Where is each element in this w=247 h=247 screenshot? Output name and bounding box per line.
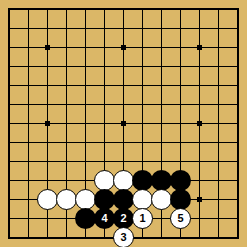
grid-line-horizontal (9, 85, 19, 86)
grid-line-vertical (85, 228, 86, 239)
grid-line-vertical (123, 57, 124, 76)
black-stone (94, 189, 115, 210)
grid-line-vertical (237, 171, 239, 190)
intersection-4-1 (76, 19, 95, 38)
grid-line-vertical (85, 76, 86, 95)
grid-line-vertical (8, 114, 10, 133)
intersection-10-0 (190, 0, 209, 19)
grid-line-vertical (237, 228, 239, 239)
intersection-7-2 (133, 38, 152, 57)
intersection-6-8 (114, 152, 133, 171)
intersection-6-1 (114, 19, 133, 38)
intersection-3-7 (57, 133, 76, 152)
intersection-7-8 (133, 152, 152, 171)
grid-line-vertical (28, 8, 29, 19)
intersection-8-5 (152, 95, 171, 114)
intersection-12-3 (228, 57, 247, 76)
grid-line-vertical (28, 228, 29, 239)
grid-line-vertical (66, 171, 67, 190)
intersection-4-7 (76, 133, 95, 152)
grid-line-vertical (237, 95, 239, 114)
grid-line-horizontal (9, 47, 19, 48)
grid-line-vertical (66, 76, 67, 95)
grid-line-vertical (47, 152, 48, 171)
intersection-11-7 (209, 133, 228, 152)
grid-line-vertical (180, 57, 181, 76)
intersection-1-8 (19, 152, 38, 171)
intersection-1-2 (19, 38, 38, 57)
black-stone (113, 189, 134, 210)
go-board: 42153 (0, 0, 247, 247)
grid-line-vertical (28, 152, 29, 171)
grid-line-vertical (123, 133, 124, 152)
intersection-7-4 (133, 76, 152, 95)
intersection-11-6 (209, 114, 228, 133)
grid-line-vertical (180, 8, 181, 19)
intersection-0-6 (0, 114, 19, 133)
intersection-5-1 (95, 19, 114, 38)
intersection-5-3 (95, 57, 114, 76)
grid-line-vertical (218, 133, 219, 152)
grid-line-vertical (104, 76, 105, 95)
grid-line-vertical (199, 8, 200, 19)
intersection-3-0 (57, 0, 76, 19)
intersection-9-5 (171, 95, 190, 114)
grid-line-vertical (8, 228, 10, 239)
grid-line-vertical (180, 95, 181, 114)
white-stone (132, 189, 153, 210)
grid-line-vertical (218, 38, 219, 57)
grid-line-vertical (161, 57, 162, 76)
intersection-7-3 (133, 57, 152, 76)
grid-line-horizontal (9, 142, 19, 143)
black-stone (151, 170, 172, 191)
grid-line-vertical (28, 171, 29, 190)
intersection-0-11 (0, 209, 19, 228)
grid-line-vertical (237, 190, 239, 209)
intersection-11-1 (209, 19, 228, 38)
grid-line-vertical (142, 57, 143, 76)
intersection-4-8 (76, 152, 95, 171)
intersection-9-3 (171, 57, 190, 76)
grid-line-horizontal (9, 8, 19, 10)
grid-line-vertical (218, 57, 219, 76)
grid-line-vertical (28, 95, 29, 114)
intersection-5-10 (95, 190, 114, 209)
intersection-4-12 (76, 228, 95, 247)
star-point (197, 121, 202, 126)
intersection-0-9 (0, 171, 19, 190)
black-stone-move-4: 4 (94, 208, 115, 229)
intersection-0-10 (0, 190, 19, 209)
grid-line-vertical (85, 8, 86, 19)
intersection-1-4 (19, 76, 38, 95)
grid-line-vertical (47, 76, 48, 95)
intersection-6-11: 2 (114, 209, 133, 228)
grid-line-vertical (85, 114, 86, 133)
intersection-7-9 (133, 171, 152, 190)
intersection-0-0 (0, 0, 19, 19)
grid-line-vertical (161, 133, 162, 152)
grid-line-vertical (218, 76, 219, 95)
grid-line-vertical (199, 152, 200, 171)
intersection-10-3 (190, 57, 209, 76)
intersection-3-12 (57, 228, 76, 247)
grid-line-vertical (47, 133, 48, 152)
grid-line-vertical (142, 38, 143, 57)
grid-line-vertical (180, 19, 181, 38)
intersection-12-4 (228, 76, 247, 95)
intersection-7-5 (133, 95, 152, 114)
grid-line-vertical (199, 95, 200, 114)
grid-line-vertical (8, 171, 10, 190)
grid-line-vertical (180, 38, 181, 57)
grid-line-vertical (218, 209, 219, 228)
intersection-9-9 (171, 171, 190, 190)
intersection-2-0 (38, 0, 57, 19)
grid-line-vertical (47, 8, 48, 19)
intersection-10-7 (190, 133, 209, 152)
intersection-10-9 (190, 171, 209, 190)
intersection-12-6 (228, 114, 247, 133)
white-stone (56, 189, 77, 210)
grid-line-vertical (28, 209, 29, 228)
intersection-3-10 (57, 190, 76, 209)
intersection-2-10 (38, 190, 57, 209)
grid-line-horizontal (9, 161, 19, 162)
grid-line-vertical (161, 114, 162, 133)
intersection-5-6 (95, 114, 114, 133)
intersection-4-6 (76, 114, 95, 133)
black-stone (170, 170, 191, 191)
intersection-12-11 (228, 209, 247, 228)
white-stone (37, 189, 58, 210)
intersection-7-10 (133, 190, 152, 209)
grid-line-vertical (218, 171, 219, 190)
grid-line-vertical (199, 19, 200, 38)
grid-line-vertical (161, 152, 162, 171)
intersection-11-4 (209, 76, 228, 95)
grid-line-vertical (8, 209, 10, 228)
grid-line-vertical (161, 228, 162, 239)
intersection-4-0 (76, 0, 95, 19)
grid-line-vertical (104, 38, 105, 57)
grid-line-vertical (123, 152, 124, 171)
black-stone (170, 189, 191, 210)
intersection-5-9 (95, 171, 114, 190)
intersection-10-6 (190, 114, 209, 133)
intersection-9-8 (171, 152, 190, 171)
grid-line-vertical (237, 38, 239, 57)
intersection-6-10 (114, 190, 133, 209)
intersection-3-3 (57, 57, 76, 76)
grid-line-vertical (66, 209, 67, 228)
white-stone-move-5: 5 (170, 208, 191, 229)
intersection-3-4 (57, 76, 76, 95)
grid-line-vertical (180, 76, 181, 95)
grid-line-vertical (28, 190, 29, 209)
grid-line-vertical (199, 76, 200, 95)
intersection-12-7 (228, 133, 247, 152)
grid-line-vertical (28, 38, 29, 57)
grid-line-vertical (47, 228, 48, 239)
intersection-1-9 (19, 171, 38, 190)
intersection-12-12 (228, 228, 247, 247)
grid-line-vertical (237, 57, 239, 76)
grid-line-vertical (104, 152, 105, 171)
intersection-2-3 (38, 57, 57, 76)
black-stone (75, 208, 96, 229)
grid-line-vertical (142, 152, 143, 171)
intersection-4-4 (76, 76, 95, 95)
intersection-3-8 (57, 152, 76, 171)
grid-line-vertical (142, 76, 143, 95)
grid-line-vertical (237, 114, 239, 133)
grid-line-vertical (8, 19, 10, 38)
star-point (121, 45, 126, 50)
intersection-8-3 (152, 57, 171, 76)
intersection-10-1 (190, 19, 209, 38)
grid-line-vertical (66, 114, 67, 133)
intersection-3-1 (57, 19, 76, 38)
grid-line-vertical (85, 38, 86, 57)
grid-line-vertical (142, 228, 143, 239)
intersection-8-7 (152, 133, 171, 152)
intersection-2-11 (38, 209, 57, 228)
star-point (121, 121, 126, 126)
grid-line-vertical (66, 8, 67, 19)
grid-line-vertical (142, 95, 143, 114)
intersection-10-8 (190, 152, 209, 171)
white-stone-move-1: 1 (132, 208, 153, 229)
intersection-8-0 (152, 0, 171, 19)
grid-line-vertical (104, 8, 105, 19)
grid-line-vertical (8, 57, 10, 76)
grid-line-horizontal (9, 180, 19, 181)
intersection-2-6 (38, 114, 57, 133)
grid-line-vertical (104, 19, 105, 38)
grid-line-vertical (66, 57, 67, 76)
grid-line-vertical (85, 57, 86, 76)
grid-line-vertical (237, 8, 239, 19)
white-stone (94, 170, 115, 191)
intersection-6-12: 3 (114, 228, 133, 247)
intersection-8-4 (152, 76, 171, 95)
grid-line-vertical (237, 152, 239, 171)
intersection-3-2 (57, 38, 76, 57)
intersection-12-5 (228, 95, 247, 114)
intersection-3-5 (57, 95, 76, 114)
intersection-8-8 (152, 152, 171, 171)
intersection-11-8 (209, 152, 228, 171)
intersection-5-11: 4 (95, 209, 114, 228)
intersection-7-1 (133, 19, 152, 38)
grid-line-vertical (237, 76, 239, 95)
intersection-1-7 (19, 133, 38, 152)
white-stone (75, 189, 96, 210)
intersection-11-9 (209, 171, 228, 190)
intersection-0-4 (0, 76, 19, 95)
intersection-8-12 (152, 228, 171, 247)
intersection-8-10 (152, 190, 171, 209)
intersection-4-11 (76, 209, 95, 228)
intersection-4-3 (76, 57, 95, 76)
grid-line-vertical (123, 8, 124, 19)
grid-line-vertical (218, 228, 219, 239)
intersection-10-12 (190, 228, 209, 247)
intersection-9-12 (171, 228, 190, 247)
grid-line-vertical (66, 38, 67, 57)
intersection-3-6 (57, 114, 76, 133)
grid-line-horizontal (9, 237, 19, 239)
intersection-2-8 (38, 152, 57, 171)
grid-line-vertical (47, 95, 48, 114)
star-point (45, 121, 50, 126)
grid-line-vertical (123, 76, 124, 95)
intersection-4-10 (76, 190, 95, 209)
grid-line-vertical (28, 19, 29, 38)
intersection-6-4 (114, 76, 133, 95)
intersection-2-7 (38, 133, 57, 152)
grid-line-vertical (123, 95, 124, 114)
grid-line-horizontal (9, 218, 19, 219)
intersection-1-3 (19, 57, 38, 76)
grid-line-vertical (199, 228, 200, 239)
intersection-7-6 (133, 114, 152, 133)
intersection-5-0 (95, 0, 114, 19)
grid-line-vertical (218, 95, 219, 114)
grid-line-vertical (237, 209, 239, 228)
intersection-9-4 (171, 76, 190, 95)
intersection-7-7 (133, 133, 152, 152)
grid-line-vertical (104, 133, 105, 152)
intersection-1-5 (19, 95, 38, 114)
intersection-12-2 (228, 38, 247, 57)
intersection-3-11 (57, 209, 76, 228)
grid-line-vertical (66, 133, 67, 152)
grid-line-vertical (104, 57, 105, 76)
intersection-12-0 (228, 0, 247, 19)
intersection-7-11: 1 (133, 209, 152, 228)
grid-line-vertical (8, 76, 10, 95)
intersection-6-2 (114, 38, 133, 57)
intersection-4-5 (76, 95, 95, 114)
intersection-8-1 (152, 19, 171, 38)
grid-line-vertical (28, 76, 29, 95)
intersection-3-9 (57, 171, 76, 190)
intersection-5-4 (95, 76, 114, 95)
white-stone (113, 170, 134, 191)
intersection-2-1 (38, 19, 57, 38)
intersection-7-0 (133, 0, 152, 19)
grid-line-vertical (161, 19, 162, 38)
grid-line-horizontal (9, 199, 19, 200)
grid-line-vertical (66, 152, 67, 171)
grid-line-vertical (28, 133, 29, 152)
grid-line-vertical (85, 171, 86, 190)
grid-line-vertical (28, 57, 29, 76)
intersection-9-1 (171, 19, 190, 38)
intersection-1-11 (19, 209, 38, 228)
intersection-11-5 (209, 95, 228, 114)
intersection-8-9 (152, 171, 171, 190)
grid-line-vertical (218, 152, 219, 171)
grid-line-vertical (28, 114, 29, 133)
intersection-9-11: 5 (171, 209, 190, 228)
intersection-0-12 (0, 228, 19, 247)
grid-line-vertical (180, 152, 181, 171)
intersection-12-9 (228, 171, 247, 190)
intersection-12-1 (228, 19, 247, 38)
intersection-1-12 (19, 228, 38, 247)
grid-line-vertical (161, 209, 162, 228)
grid-line-vertical (85, 152, 86, 171)
grid-line-vertical (161, 38, 162, 57)
intersection-7-12 (133, 228, 152, 247)
star-point (197, 45, 202, 50)
grid-line-vertical (8, 38, 10, 57)
intersection-1-6 (19, 114, 38, 133)
intersection-0-8 (0, 152, 19, 171)
intersection-2-9 (38, 171, 57, 190)
intersection-0-5 (0, 95, 19, 114)
grid-line-vertical (104, 95, 105, 114)
intersection-12-10 (228, 190, 247, 209)
grid-line-vertical (180, 228, 181, 239)
intersection-1-0 (19, 0, 38, 19)
intersection-0-3 (0, 57, 19, 76)
intersection-11-0 (209, 0, 228, 19)
grid-line-vertical (161, 95, 162, 114)
grid-line-vertical (8, 190, 10, 209)
star-point (45, 45, 50, 50)
white-stone (151, 189, 172, 210)
intersection-9-6 (171, 114, 190, 133)
intersection-1-10 (19, 190, 38, 209)
intersection-11-2 (209, 38, 228, 57)
intersection-2-2 (38, 38, 57, 57)
intersection-10-10 (190, 190, 209, 209)
intersection-8-2 (152, 38, 171, 57)
intersection-8-6 (152, 114, 171, 133)
intersection-10-2 (190, 38, 209, 57)
intersection-1-1 (19, 19, 38, 38)
intersection-11-11 (209, 209, 228, 228)
intersection-5-12 (95, 228, 114, 247)
grid-line-vertical (8, 8, 10, 19)
intersection-5-8 (95, 152, 114, 171)
grid-line-vertical (161, 8, 162, 19)
grid-line-horizontal (9, 28, 19, 29)
grid-line-vertical (142, 133, 143, 152)
intersection-12-8 (228, 152, 247, 171)
grid-line-vertical (142, 8, 143, 19)
grid-line-vertical (218, 19, 219, 38)
intersection-10-4 (190, 76, 209, 95)
intersection-8-11 (152, 209, 171, 228)
intersection-6-6 (114, 114, 133, 133)
intersection-4-9 (76, 171, 95, 190)
black-stone-move-2: 2 (113, 208, 134, 229)
intersection-6-5 (114, 95, 133, 114)
intersection-0-1 (0, 19, 19, 38)
grid-line-vertical (8, 152, 10, 171)
grid-line-vertical (237, 19, 239, 38)
intersection-11-3 (209, 57, 228, 76)
grid-line-vertical (199, 133, 200, 152)
grid-line-vertical (47, 171, 48, 190)
grid-line-horizontal (9, 66, 19, 67)
